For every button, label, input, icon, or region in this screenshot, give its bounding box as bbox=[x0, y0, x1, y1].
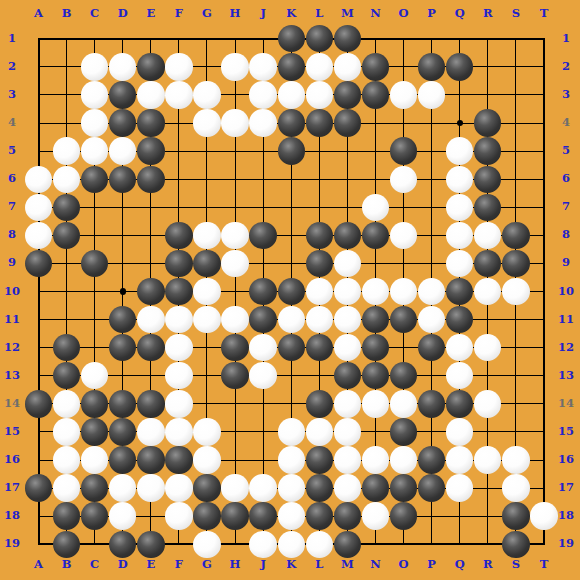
stone-white-G4 bbox=[193, 109, 220, 136]
stone-black-Q11 bbox=[446, 306, 473, 333]
coord-left-4: 4 bbox=[8, 117, 16, 129]
stone-black-D16 bbox=[109, 446, 136, 473]
stone-black-D3 bbox=[109, 81, 136, 108]
coord-right-14: 14 bbox=[558, 398, 574, 410]
coord-bottom-N: N bbox=[370, 559, 381, 571]
coord-bottom-R: R bbox=[483, 559, 493, 571]
stone-white-B17 bbox=[53, 474, 80, 501]
stone-black-O13 bbox=[390, 362, 417, 389]
stone-white-B14 bbox=[53, 390, 80, 417]
stone-black-D6 bbox=[109, 166, 136, 193]
stone-white-L19 bbox=[306, 531, 333, 558]
stone-white-R12 bbox=[474, 334, 501, 361]
stone-white-F13 bbox=[165, 362, 192, 389]
stone-black-N12 bbox=[362, 334, 389, 361]
stone-white-J2 bbox=[249, 53, 276, 80]
coord-bottom-G: G bbox=[202, 559, 212, 571]
coord-left-14: 14 bbox=[4, 398, 20, 410]
stone-black-E14 bbox=[137, 390, 164, 417]
stone-black-Q2 bbox=[446, 53, 473, 80]
stone-white-A8 bbox=[25, 222, 52, 249]
stone-white-T18 bbox=[530, 502, 557, 529]
stone-black-E4 bbox=[137, 109, 164, 136]
stone-white-L10 bbox=[306, 278, 333, 305]
stone-black-P14 bbox=[418, 390, 445, 417]
stone-black-R6 bbox=[474, 166, 501, 193]
stone-white-Q12 bbox=[446, 334, 473, 361]
stone-white-O3 bbox=[390, 81, 417, 108]
stone-black-P2 bbox=[418, 53, 445, 80]
stone-white-R14 bbox=[474, 390, 501, 417]
stone-white-J19 bbox=[249, 531, 276, 558]
coord-right-7: 7 bbox=[562, 202, 570, 214]
stone-black-L17 bbox=[306, 474, 333, 501]
stone-black-L18 bbox=[306, 502, 333, 529]
star-point bbox=[120, 288, 126, 294]
stone-black-F9 bbox=[165, 250, 192, 277]
stone-white-R16 bbox=[474, 446, 501, 473]
stone-black-C17 bbox=[81, 474, 108, 501]
stone-black-J10 bbox=[249, 278, 276, 305]
stone-white-M10 bbox=[334, 278, 361, 305]
stone-white-C13 bbox=[81, 362, 108, 389]
stone-white-H17 bbox=[221, 474, 248, 501]
stone-black-A17 bbox=[25, 474, 52, 501]
stone-black-R9 bbox=[474, 250, 501, 277]
stone-white-Q17 bbox=[446, 474, 473, 501]
coord-left-15: 15 bbox=[4, 426, 20, 438]
stone-black-R4 bbox=[474, 109, 501, 136]
stone-black-O15 bbox=[390, 418, 417, 445]
stone-white-N14 bbox=[362, 390, 389, 417]
stone-white-K19 bbox=[278, 531, 305, 558]
stone-white-Q9 bbox=[446, 250, 473, 277]
stone-white-J12 bbox=[249, 334, 276, 361]
stone-black-S8 bbox=[502, 222, 529, 249]
stone-white-O14 bbox=[390, 390, 417, 417]
stone-black-G9 bbox=[193, 250, 220, 277]
stone-white-P11 bbox=[418, 306, 445, 333]
coord-left-17: 17 bbox=[4, 482, 20, 494]
stone-white-D5 bbox=[109, 137, 136, 164]
coord-bottom-B: B bbox=[62, 559, 72, 571]
stone-white-Q7 bbox=[446, 194, 473, 221]
stone-black-K2 bbox=[278, 53, 305, 80]
stone-white-B16 bbox=[53, 446, 80, 473]
coord-bottom-E: E bbox=[146, 559, 155, 571]
stone-white-A6 bbox=[25, 166, 52, 193]
stone-black-B7 bbox=[53, 194, 80, 221]
coord-bottom-J: J bbox=[260, 559, 265, 571]
stone-black-C18 bbox=[81, 502, 108, 529]
coord-bottom-A: A bbox=[34, 559, 43, 571]
coord-right-9: 9 bbox=[562, 258, 570, 270]
coord-bottom-O: O bbox=[399, 559, 409, 571]
star-point bbox=[457, 120, 463, 126]
stone-black-E12 bbox=[137, 334, 164, 361]
stone-black-P12 bbox=[418, 334, 445, 361]
stone-black-M18 bbox=[334, 502, 361, 529]
stone-white-Q5 bbox=[446, 137, 473, 164]
stone-white-N18 bbox=[362, 502, 389, 529]
coord-left-12: 12 bbox=[4, 342, 20, 354]
stone-black-H12 bbox=[221, 334, 248, 361]
stone-white-M2 bbox=[334, 53, 361, 80]
stone-white-F17 bbox=[165, 474, 192, 501]
stone-white-O10 bbox=[390, 278, 417, 305]
stone-black-K1 bbox=[278, 25, 305, 52]
stone-black-B19 bbox=[53, 531, 80, 558]
stone-white-B5 bbox=[53, 137, 80, 164]
stone-white-J13 bbox=[249, 362, 276, 389]
stone-white-H2 bbox=[221, 53, 248, 80]
stone-black-E19 bbox=[137, 531, 164, 558]
stone-black-C14 bbox=[81, 390, 108, 417]
stone-white-O8 bbox=[390, 222, 417, 249]
stone-black-B8 bbox=[53, 222, 80, 249]
stone-white-F12 bbox=[165, 334, 192, 361]
stone-white-Q15 bbox=[446, 418, 473, 445]
coord-top-J: J bbox=[260, 8, 265, 20]
stone-white-C5 bbox=[81, 137, 108, 164]
stone-white-L11 bbox=[306, 306, 333, 333]
stone-black-E5 bbox=[137, 137, 164, 164]
stone-white-S17 bbox=[502, 474, 529, 501]
stone-black-Q10 bbox=[446, 278, 473, 305]
stone-white-G16 bbox=[193, 446, 220, 473]
stone-black-J8 bbox=[249, 222, 276, 249]
coord-bottom-P: P bbox=[427, 559, 436, 571]
coord-right-18: 18 bbox=[558, 510, 574, 522]
coord-bottom-C: C bbox=[90, 559, 99, 571]
coord-top-D: D bbox=[118, 8, 128, 20]
stone-white-F2 bbox=[165, 53, 192, 80]
coord-bottom-D: D bbox=[118, 559, 128, 571]
coord-top-R: R bbox=[483, 8, 493, 20]
stone-white-J3 bbox=[249, 81, 276, 108]
stone-black-L4 bbox=[306, 109, 333, 136]
stone-white-J17 bbox=[249, 474, 276, 501]
coord-top-H: H bbox=[230, 8, 241, 20]
stone-white-H8 bbox=[221, 222, 248, 249]
stone-white-P3 bbox=[418, 81, 445, 108]
stone-black-H18 bbox=[221, 502, 248, 529]
stone-black-M13 bbox=[334, 362, 361, 389]
stone-black-P16 bbox=[418, 446, 445, 473]
stone-black-E6 bbox=[137, 166, 164, 193]
stone-white-O16 bbox=[390, 446, 417, 473]
stone-white-G3 bbox=[193, 81, 220, 108]
stone-black-B18 bbox=[53, 502, 80, 529]
stone-black-L14 bbox=[306, 390, 333, 417]
stone-white-G8 bbox=[193, 222, 220, 249]
stone-black-M3 bbox=[334, 81, 361, 108]
stone-black-D19 bbox=[109, 531, 136, 558]
coord-right-13: 13 bbox=[558, 370, 574, 382]
stone-black-N8 bbox=[362, 222, 389, 249]
stone-white-D18 bbox=[109, 502, 136, 529]
stone-black-O11 bbox=[390, 306, 417, 333]
coord-top-L: L bbox=[315, 8, 323, 20]
stone-black-D12 bbox=[109, 334, 136, 361]
coord-bottom-Q: Q bbox=[455, 559, 465, 571]
stone-white-F11 bbox=[165, 306, 192, 333]
coord-left-13: 13 bbox=[4, 370, 20, 382]
coord-left-19: 19 bbox=[4, 538, 20, 550]
stone-black-S19 bbox=[502, 531, 529, 558]
stone-black-L12 bbox=[306, 334, 333, 361]
coord-right-3: 3 bbox=[562, 89, 570, 101]
coord-left-1: 1 bbox=[8, 33, 16, 45]
coord-left-2: 2 bbox=[8, 61, 16, 73]
stone-black-A9 bbox=[25, 250, 52, 277]
stone-black-F10 bbox=[165, 278, 192, 305]
coord-top-T: T bbox=[540, 8, 549, 20]
stone-white-J4 bbox=[249, 109, 276, 136]
stone-black-D4 bbox=[109, 109, 136, 136]
coord-right-10: 10 bbox=[558, 286, 574, 298]
stone-black-M4 bbox=[334, 109, 361, 136]
stone-white-N16 bbox=[362, 446, 389, 473]
stone-black-K10 bbox=[278, 278, 305, 305]
coord-top-E: E bbox=[146, 8, 155, 20]
stone-white-Q13 bbox=[446, 362, 473, 389]
stone-black-N3 bbox=[362, 81, 389, 108]
coord-top-O: O bbox=[399, 8, 409, 20]
stone-white-R10 bbox=[474, 278, 501, 305]
stone-black-C15 bbox=[81, 418, 108, 445]
coord-right-15: 15 bbox=[558, 426, 574, 438]
stone-black-D15 bbox=[109, 418, 136, 445]
stone-black-K5 bbox=[278, 137, 305, 164]
stone-white-M12 bbox=[334, 334, 361, 361]
coord-right-12: 12 bbox=[558, 342, 574, 354]
coord-left-8: 8 bbox=[8, 230, 16, 242]
stone-white-C3 bbox=[81, 81, 108, 108]
stone-white-A7 bbox=[25, 194, 52, 221]
stone-black-F16 bbox=[165, 446, 192, 473]
grid-line bbox=[543, 38, 545, 545]
coord-left-18: 18 bbox=[4, 510, 20, 522]
stone-white-D2 bbox=[109, 53, 136, 80]
stone-black-Q14 bbox=[446, 390, 473, 417]
coord-right-2: 2 bbox=[562, 61, 570, 73]
coord-top-P: P bbox=[427, 8, 436, 20]
stone-white-F18 bbox=[165, 502, 192, 529]
stone-black-E10 bbox=[137, 278, 164, 305]
coord-left-9: 9 bbox=[8, 258, 16, 270]
coord-bottom-F: F bbox=[175, 559, 183, 571]
stone-white-B15 bbox=[53, 418, 80, 445]
stone-white-K17 bbox=[278, 474, 305, 501]
stone-black-M19 bbox=[334, 531, 361, 558]
stone-black-D11 bbox=[109, 306, 136, 333]
stone-black-B12 bbox=[53, 334, 80, 361]
stone-black-R5 bbox=[474, 137, 501, 164]
coord-top-C: C bbox=[90, 8, 99, 20]
stone-black-L8 bbox=[306, 222, 333, 249]
stone-white-G11 bbox=[193, 306, 220, 333]
coord-bottom-L: L bbox=[315, 559, 323, 571]
coord-top-F: F bbox=[175, 8, 183, 20]
stone-white-K16 bbox=[278, 446, 305, 473]
stone-white-M16 bbox=[334, 446, 361, 473]
stone-black-P17 bbox=[418, 474, 445, 501]
stone-white-K18 bbox=[278, 502, 305, 529]
stone-white-E3 bbox=[137, 81, 164, 108]
stone-white-M14 bbox=[334, 390, 361, 417]
stone-white-G15 bbox=[193, 418, 220, 445]
stone-white-M17 bbox=[334, 474, 361, 501]
stone-black-N2 bbox=[362, 53, 389, 80]
stone-white-C2 bbox=[81, 53, 108, 80]
coord-right-19: 19 bbox=[558, 538, 574, 550]
stone-black-B13 bbox=[53, 362, 80, 389]
stone-white-R8 bbox=[474, 222, 501, 249]
stone-black-K4 bbox=[278, 109, 305, 136]
coord-bottom-S: S bbox=[512, 559, 520, 571]
stone-black-M1 bbox=[334, 25, 361, 52]
stone-white-E17 bbox=[137, 474, 164, 501]
stone-black-S18 bbox=[502, 502, 529, 529]
coord-top-M: M bbox=[341, 8, 354, 20]
stone-white-S10 bbox=[502, 278, 529, 305]
stone-black-M8 bbox=[334, 222, 361, 249]
stone-white-M15 bbox=[334, 418, 361, 445]
stone-white-H9 bbox=[221, 250, 248, 277]
stone-white-E11 bbox=[137, 306, 164, 333]
stone-black-L16 bbox=[306, 446, 333, 473]
stone-white-F15 bbox=[165, 418, 192, 445]
stone-black-R7 bbox=[474, 194, 501, 221]
stone-white-K3 bbox=[278, 81, 305, 108]
stone-black-E2 bbox=[137, 53, 164, 80]
stone-white-Q8 bbox=[446, 222, 473, 249]
stone-white-L3 bbox=[306, 81, 333, 108]
coord-right-6: 6 bbox=[562, 173, 570, 185]
stone-white-C16 bbox=[81, 446, 108, 473]
coord-right-16: 16 bbox=[558, 454, 574, 466]
stone-white-N7 bbox=[362, 194, 389, 221]
coord-top-N: N bbox=[370, 8, 381, 20]
stone-white-N10 bbox=[362, 278, 389, 305]
coord-right-1: 1 bbox=[562, 33, 570, 45]
coord-left-10: 10 bbox=[4, 286, 20, 298]
stone-white-O6 bbox=[390, 166, 417, 193]
stone-white-K15 bbox=[278, 418, 305, 445]
stone-black-F8 bbox=[165, 222, 192, 249]
stone-black-D14 bbox=[109, 390, 136, 417]
stone-white-H4 bbox=[221, 109, 248, 136]
stone-black-J18 bbox=[249, 502, 276, 529]
stone-white-C4 bbox=[81, 109, 108, 136]
stone-white-L2 bbox=[306, 53, 333, 80]
stone-black-N11 bbox=[362, 306, 389, 333]
stone-black-N17 bbox=[362, 474, 389, 501]
coord-right-11: 11 bbox=[558, 314, 574, 326]
go-board[interactable]: AABBCCDDEEFFGGHHJJKKLLMMNNOOPPQQRRSSTT11… bbox=[0, 0, 580, 580]
stone-white-F3 bbox=[165, 81, 192, 108]
stone-white-B6 bbox=[53, 166, 80, 193]
stone-black-G17 bbox=[193, 474, 220, 501]
stone-black-G18 bbox=[193, 502, 220, 529]
stone-white-Q16 bbox=[446, 446, 473, 473]
stone-white-L15 bbox=[306, 418, 333, 445]
coord-top-B: B bbox=[62, 8, 72, 20]
stone-black-C6 bbox=[81, 166, 108, 193]
stone-white-F14 bbox=[165, 390, 192, 417]
stone-black-E16 bbox=[137, 446, 164, 473]
coord-right-8: 8 bbox=[562, 230, 570, 242]
stone-white-Q6 bbox=[446, 166, 473, 193]
stone-black-O18 bbox=[390, 502, 417, 529]
coord-right-4: 4 bbox=[562, 117, 570, 129]
coord-top-Q: Q bbox=[455, 8, 465, 20]
coord-left-3: 3 bbox=[8, 89, 16, 101]
stone-black-L1 bbox=[306, 25, 333, 52]
coord-left-7: 7 bbox=[8, 202, 16, 214]
stone-black-K12 bbox=[278, 334, 305, 361]
coord-top-S: S bbox=[512, 8, 520, 20]
stone-white-H11 bbox=[221, 306, 248, 333]
stone-black-A14 bbox=[25, 390, 52, 417]
coord-bottom-T: T bbox=[540, 559, 549, 571]
stone-white-P10 bbox=[418, 278, 445, 305]
coord-right-17: 17 bbox=[558, 482, 574, 494]
stone-black-J11 bbox=[249, 306, 276, 333]
coord-left-5: 5 bbox=[8, 145, 16, 157]
coord-bottom-K: K bbox=[286, 559, 296, 571]
stone-white-D17 bbox=[109, 474, 136, 501]
coord-top-G: G bbox=[202, 8, 212, 20]
stone-white-M9 bbox=[334, 250, 361, 277]
stone-white-E15 bbox=[137, 418, 164, 445]
coord-bottom-H: H bbox=[230, 559, 241, 571]
coord-left-11: 11 bbox=[4, 314, 20, 326]
stone-white-G10 bbox=[193, 278, 220, 305]
stone-white-G19 bbox=[193, 531, 220, 558]
coord-left-16: 16 bbox=[4, 454, 20, 466]
stone-black-H13 bbox=[221, 362, 248, 389]
stone-black-N13 bbox=[362, 362, 389, 389]
stone-black-O17 bbox=[390, 474, 417, 501]
stone-white-K11 bbox=[278, 306, 305, 333]
coord-bottom-M: M bbox=[341, 559, 354, 571]
coord-top-K: K bbox=[286, 8, 296, 20]
stone-black-C9 bbox=[81, 250, 108, 277]
stone-black-L9 bbox=[306, 250, 333, 277]
stone-black-S9 bbox=[502, 250, 529, 277]
coord-left-6: 6 bbox=[8, 173, 16, 185]
stone-white-S16 bbox=[502, 446, 529, 473]
stone-black-O5 bbox=[390, 137, 417, 164]
stone-white-M11 bbox=[334, 306, 361, 333]
coord-top-A: A bbox=[34, 8, 43, 20]
coord-right-5: 5 bbox=[562, 145, 570, 157]
